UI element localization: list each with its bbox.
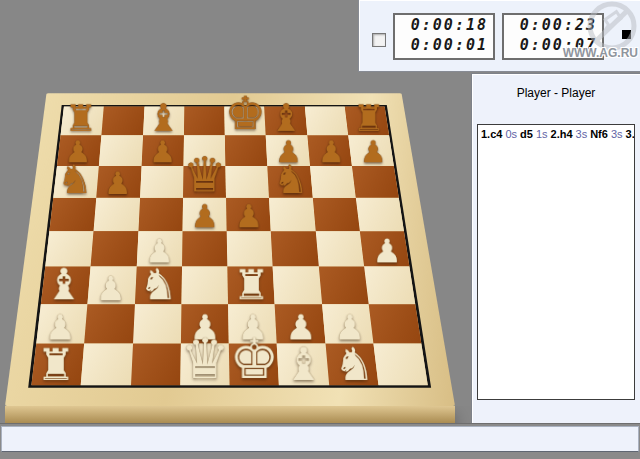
square-e8[interactable]: ♚: [224, 107, 266, 136]
white-rook[interactable]: ♜: [31, 343, 81, 386]
clock-panel: 0:00:18 0:00:01 0:00:23 0:00:07: [358, 0, 640, 72]
square-g5[interactable]: [312, 198, 359, 232]
square-f8[interactable]: ♝: [264, 107, 307, 136]
square-d8[interactable]: [184, 107, 225, 136]
black-pawn[interactable]: ♟: [96, 168, 139, 199]
chess-app-window: ♜♝♚♝♜♟♟♟♟♟♞♟♛♞♟♟♟♟♝♟♞♜♟♟♟♟♟♜♛♚♝♞ 0:00:18…: [0, 0, 640, 459]
square-f5[interactable]: [269, 198, 315, 232]
square-c3[interactable]: ♞: [134, 267, 181, 304]
white-knight[interactable]: ♞: [134, 263, 181, 306]
move-time[interactable]: 1s: [536, 128, 548, 140]
move-time[interactable]: 0s: [505, 128, 517, 140]
square-g6[interactable]: [310, 166, 356, 198]
black-clock-move: 0:00:07: [504, 36, 602, 55]
white-bishop[interactable]: ♝: [41, 263, 88, 306]
status-bar-text: [1, 426, 639, 452]
square-g7[interactable]: ♟: [307, 135, 352, 165]
square-d1[interactable]: ♛: [180, 343, 230, 385]
black-clock-display: 0:00:23 0:00:07: [502, 13, 604, 60]
white-bishop[interactable]: ♝: [279, 341, 329, 386]
square-h5[interactable]: [356, 198, 404, 232]
square-b1[interactable]: [81, 343, 133, 385]
square-a3[interactable]: ♝: [41, 267, 91, 304]
move-time[interactable]: 3s: [576, 128, 588, 140]
square-b2[interactable]: [84, 304, 134, 343]
players-title: Player - Player: [472, 74, 640, 100]
square-b7[interactable]: [99, 135, 143, 165]
status-bar: [0, 423, 640, 459]
square-f6[interactable]: ♞: [268, 166, 313, 198]
white-knight[interactable]: ♞: [329, 341, 379, 386]
white-pawn[interactable]: ♟: [88, 272, 135, 306]
square-f3[interactable]: [273, 267, 322, 304]
black-pawn[interactable]: ♟: [182, 201, 226, 233]
game-info-panel: Player - Player 1.c40sd51s2.h43sNf63s3.R…: [471, 73, 640, 424]
black-pawn[interactable]: ♟: [352, 137, 394, 167]
black-pawn[interactable]: ♟: [227, 201, 271, 233]
square-b8[interactable]: [102, 107, 144, 136]
square-c6[interactable]: [140, 166, 184, 198]
move-san[interactable]: 1.c4: [481, 128, 502, 140]
black-king[interactable]: ♚: [225, 91, 266, 137]
white-queen[interactable]: ♛: [180, 332, 230, 387]
square-d3[interactable]: [181, 267, 228, 304]
square-a2[interactable]: ♟: [36, 304, 87, 343]
white-clock-total: 0:00:18: [395, 16, 493, 35]
square-e1[interactable]: ♚: [229, 343, 279, 385]
square-b4[interactable]: [91, 231, 138, 266]
white-king[interactable]: ♚: [230, 332, 280, 387]
black-queen[interactable]: ♛: [183, 151, 226, 199]
white-turn-checkbox[interactable]: [372, 33, 386, 47]
square-c2[interactable]: [133, 304, 182, 343]
square-g4[interactable]: [315, 231, 364, 266]
square-h4[interactable]: ♟: [360, 231, 410, 266]
square-e6[interactable]: [225, 166, 269, 198]
white-pawn[interactable]: ♟: [364, 235, 410, 268]
square-b6[interactable]: ♟: [96, 166, 141, 198]
square-d4[interactable]: [182, 231, 228, 266]
move-san[interactable]: Nf6: [590, 128, 608, 140]
square-d5[interactable]: ♟: [182, 198, 226, 232]
square-c7[interactable]: ♟: [141, 135, 184, 165]
square-d6[interactable]: ♛: [183, 166, 226, 198]
move-san[interactable]: 2.h4: [551, 128, 573, 140]
black-knight[interactable]: ♞: [53, 159, 96, 199]
move-san[interactable]: d5: [520, 128, 533, 140]
black-bishop[interactable]: ♝: [266, 99, 307, 137]
square-c1[interactable]: [131, 343, 181, 385]
square-c5[interactable]: [138, 198, 183, 232]
square-e3[interactable]: ♜: [227, 267, 275, 304]
board-front-edge: [5, 406, 455, 423]
square-h2[interactable]: [368, 304, 421, 343]
square-h3[interactable]: [364, 267, 415, 304]
square-a5[interactable]: [49, 198, 96, 232]
square-g3[interactable]: [318, 267, 368, 304]
chess-board: ♜♝♚♝♜♟♟♟♟♟♞♟♛♞♟♟♟♟♝♟♞♜♟♟♟♟♟♜♛♚♝♞: [5, 93, 455, 406]
white-clock-display: 0:00:18 0:00:01: [393, 13, 495, 60]
black-knight[interactable]: ♞: [269, 159, 312, 199]
square-a1[interactable]: ♜: [31, 343, 84, 385]
white-clock-move: 0:00:01: [395, 36, 493, 55]
square-e7[interactable]: [225, 135, 268, 165]
square-e5[interactable]: ♟: [226, 198, 271, 232]
black-rook[interactable]: ♜: [60, 101, 101, 137]
black-bishop[interactable]: ♝: [143, 99, 184, 137]
black-pawn[interactable]: ♟: [141, 137, 183, 167]
square-a8[interactable]: ♜: [61, 107, 104, 136]
square-g8[interactable]: [304, 107, 348, 136]
square-h1[interactable]: [373, 343, 428, 385]
square-h7[interactable]: ♟: [348, 135, 394, 165]
black-rook[interactable]: ♜: [348, 101, 389, 137]
square-f1[interactable]: ♝: [277, 343, 329, 385]
white-rook[interactable]: ♜: [228, 264, 275, 305]
black-turn-indicator: [622, 30, 631, 39]
square-f4[interactable]: [271, 231, 318, 266]
square-b3[interactable]: ♟: [88, 267, 137, 304]
black-clock-total: 0:00:23: [504, 16, 602, 35]
move-list[interactable]: 1.c40sd51s2.h43sNf63s3.Rh31sQd63s4.Re36s…: [477, 124, 635, 400]
black-pawn[interactable]: ♟: [310, 137, 352, 167]
square-c8[interactable]: ♝: [143, 107, 185, 136]
square-g1[interactable]: ♞: [325, 343, 378, 385]
board-grid[interactable]: ♜♝♚♝♜♟♟♟♟♟♞♟♛♞♟♟♟♟♝♟♞♜♟♟♟♟♟♜♛♚♝♞: [28, 105, 431, 388]
move-time[interactable]: 3s: [611, 128, 623, 140]
square-h8[interactable]: ♜: [345, 107, 390, 136]
move-san[interactable]: 3.Rh3: [626, 128, 635, 140]
square-h6[interactable]: [352, 166, 399, 198]
square-b5[interactable]: [94, 198, 140, 232]
board-scene: ♜♝♚♝♜♟♟♟♟♟♞♟♛♞♟♟♟♟♝♟♞♜♟♟♟♟♟♜♛♚♝♞: [0, 50, 466, 426]
square-a6[interactable]: ♞: [53, 166, 99, 198]
